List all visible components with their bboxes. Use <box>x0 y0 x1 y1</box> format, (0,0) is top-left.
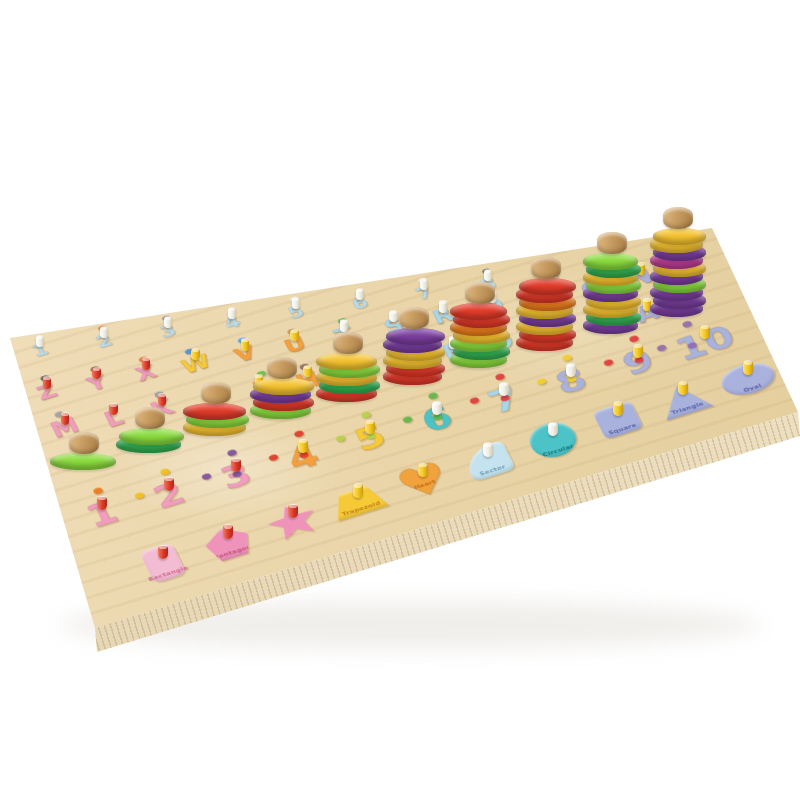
red-peg[interactable] <box>109 404 118 416</box>
red-peg[interactable] <box>158 394 167 406</box>
yellow-peg[interactable] <box>633 345 643 359</box>
stack-ring-lightgreen[interactable] <box>583 253 638 270</box>
red-peg[interactable] <box>158 546 168 560</box>
white-peg[interactable] <box>420 279 428 290</box>
red-peg[interactable] <box>164 478 174 492</box>
white-peg[interactable] <box>432 402 442 416</box>
red-peg[interactable] <box>231 459 241 473</box>
wooden-peg-cap[interactable] <box>663 207 693 229</box>
yellow-peg[interactable] <box>241 339 250 351</box>
red-peg[interactable] <box>288 505 298 519</box>
yellow-peg[interactable] <box>700 326 710 340</box>
yellow-peg[interactable] <box>303 366 312 378</box>
white-peg[interactable] <box>439 301 448 313</box>
yellow-peg[interactable] <box>298 440 308 454</box>
yellow-peg[interactable] <box>353 484 363 498</box>
wooden-peg-cap[interactable] <box>399 307 429 329</box>
yellow-peg[interactable] <box>365 421 375 435</box>
yellow-peg[interactable] <box>418 464 428 478</box>
red-peg[interactable] <box>223 525 233 539</box>
white-peg[interactable] <box>100 327 108 338</box>
white-peg[interactable] <box>499 383 509 397</box>
wooden-peg-cap[interactable] <box>267 357 297 379</box>
white-peg[interactable] <box>566 364 576 378</box>
stack-ring-purple[interactable] <box>386 328 445 345</box>
stack-ring-yellow[interactable] <box>253 378 315 395</box>
yellow-peg[interactable] <box>290 330 299 342</box>
wooden-peg-cap[interactable] <box>531 257 561 279</box>
stack-ring-yellow[interactable] <box>653 228 706 245</box>
stack-ring-lightgreen[interactable] <box>50 453 116 470</box>
wooden-peg-cap[interactable] <box>201 382 231 404</box>
white-peg[interactable] <box>340 320 349 332</box>
white-peg[interactable] <box>292 298 300 309</box>
yellow-peg[interactable] <box>191 349 200 361</box>
wooden-peg-cap[interactable] <box>69 432 99 454</box>
wooden-peg-cap[interactable] <box>333 332 363 354</box>
wooden-peg-cap[interactable] <box>597 232 627 254</box>
white-peg[interactable] <box>548 423 558 437</box>
stack-ring-yellow[interactable] <box>316 353 376 370</box>
wooden-peg-cap[interactable] <box>465 282 495 304</box>
red-peg[interactable] <box>61 413 70 425</box>
yellow-peg[interactable] <box>743 361 753 375</box>
wooden-peg-cap[interactable] <box>135 407 165 429</box>
white-peg[interactable] <box>389 311 398 323</box>
white-peg[interactable] <box>164 317 172 328</box>
toy-board-photo: 12345678910ZYXWVUTSRQPONMLKJIHGFEDCBA123… <box>0 0 800 800</box>
yellow-peg[interactable] <box>613 402 623 416</box>
stack-ring-lightgreen[interactable] <box>119 428 184 445</box>
white-peg[interactable] <box>36 336 44 347</box>
stack-ring-red[interactable] <box>183 403 246 420</box>
white-peg[interactable] <box>228 308 236 319</box>
red-peg[interactable] <box>92 368 101 380</box>
stack-ring-red[interactable] <box>450 303 508 320</box>
stack-ring-red[interactable] <box>519 278 575 295</box>
red-peg[interactable] <box>142 358 151 370</box>
white-peg[interactable] <box>483 443 493 457</box>
yellow-peg[interactable] <box>678 382 688 396</box>
white-peg[interactable] <box>356 289 364 300</box>
red-peg[interactable] <box>43 377 52 389</box>
white-peg[interactable] <box>484 270 492 281</box>
red-peg[interactable] <box>97 497 107 511</box>
